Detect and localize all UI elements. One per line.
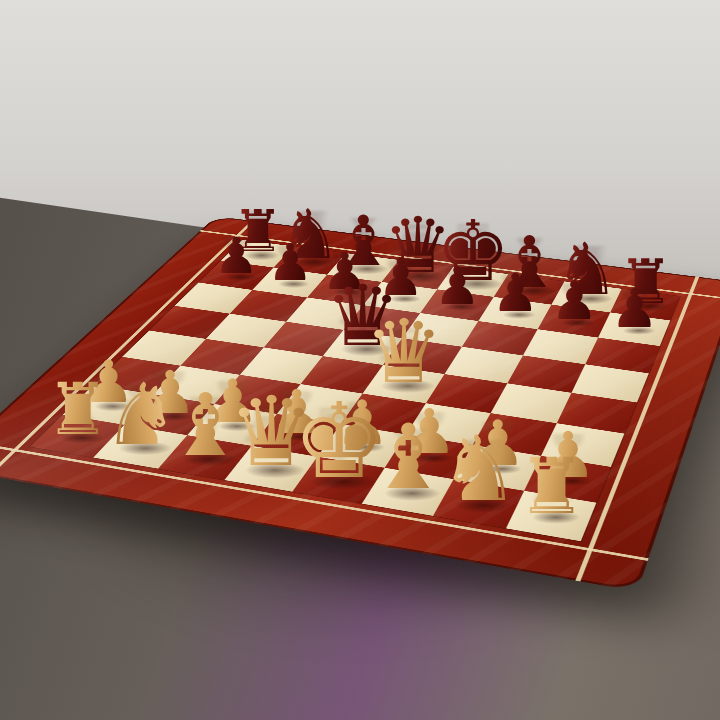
scene: { "game": "chess", "scene_type": "produc… — [0, 0, 720, 720]
